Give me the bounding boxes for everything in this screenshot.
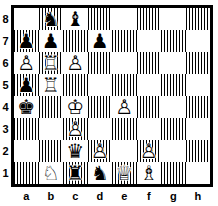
square-a7[interactable]: ♟ bbox=[14, 30, 39, 52]
rank-label-6: 6 bbox=[0, 52, 11, 74]
square-d6[interactable] bbox=[88, 52, 113, 74]
piece-white-king-icon: ♚♔ bbox=[63, 96, 88, 118]
square-h4[interactable] bbox=[186, 96, 211, 118]
piece-black-bishop-icon: ♝ bbox=[63, 8, 88, 30]
square-c6[interactable]: ♟♙ bbox=[63, 52, 88, 74]
square-g8[interactable] bbox=[161, 8, 186, 30]
chess-diagram: 87654321 ♞♝♟♟♟♟♙♜♖♟♙♟♜♖♚♚♔♟♙♟♙♛♟♙♟♙♞♘♜♞♛… bbox=[0, 0, 218, 206]
square-e7[interactable] bbox=[112, 30, 137, 52]
piece-white-pawn-icon: ♟♙ bbox=[137, 140, 162, 162]
file-label-h: h bbox=[186, 188, 211, 203]
square-a6[interactable]: ♟♙ bbox=[14, 52, 39, 74]
file-label-a: a bbox=[14, 188, 39, 203]
square-g1[interactable] bbox=[161, 162, 186, 184]
piece-white-pawn-icon: ♟♙ bbox=[112, 96, 137, 118]
piece-black-pawn-icon: ♟ bbox=[88, 30, 113, 52]
rank-label-4: 4 bbox=[0, 96, 11, 118]
square-c8[interactable]: ♝ bbox=[63, 8, 88, 30]
square-e4[interactable]: ♟♙ bbox=[112, 96, 137, 118]
square-b8[interactable]: ♞ bbox=[39, 8, 64, 30]
file-label-b: b bbox=[39, 188, 64, 203]
piece-white-pawn-icon: ♟♙ bbox=[63, 118, 88, 140]
square-d2[interactable]: ♟♙ bbox=[88, 140, 113, 162]
file-label-e: e bbox=[112, 188, 137, 203]
rank-labels: 87654321 bbox=[0, 8, 11, 184]
square-b2[interactable] bbox=[39, 140, 64, 162]
square-h6[interactable] bbox=[186, 52, 211, 74]
square-f4[interactable] bbox=[137, 96, 162, 118]
file-label-c: c bbox=[63, 188, 88, 203]
square-d8[interactable] bbox=[88, 8, 113, 30]
square-b4[interactable] bbox=[39, 96, 64, 118]
square-c1[interactable]: ♜ bbox=[63, 162, 88, 184]
square-h1[interactable] bbox=[186, 162, 211, 184]
square-f5[interactable] bbox=[137, 74, 162, 96]
piece-white-rook-icon: ♜♖ bbox=[39, 74, 64, 96]
square-e3[interactable] bbox=[112, 118, 137, 140]
square-f7[interactable] bbox=[137, 30, 162, 52]
square-h8[interactable] bbox=[186, 8, 211, 30]
piece-white-queen-icon: ♛♕ bbox=[112, 162, 137, 184]
chess-board: ♞♝♟♟♟♟♙♜♖♟♙♟♜♖♚♚♔♟♙♟♙♛♟♙♟♙♞♘♜♞♛♕♝♗ bbox=[14, 8, 210, 184]
rank-label-7: 7 bbox=[0, 30, 11, 52]
square-d7[interactable]: ♟ bbox=[88, 30, 113, 52]
square-e5[interactable] bbox=[112, 74, 137, 96]
piece-white-rook-icon: ♜♖ bbox=[39, 52, 64, 74]
square-e1[interactable]: ♛♕ bbox=[112, 162, 137, 184]
square-d5[interactable] bbox=[88, 74, 113, 96]
square-d1[interactable]: ♞ bbox=[88, 162, 113, 184]
file-label-d: d bbox=[88, 188, 113, 203]
square-d4[interactable] bbox=[88, 96, 113, 118]
square-e2[interactable] bbox=[112, 140, 137, 162]
square-a8[interactable] bbox=[14, 8, 39, 30]
piece-white-pawn-icon: ♟♙ bbox=[63, 52, 88, 74]
square-g3[interactable] bbox=[161, 118, 186, 140]
square-a5[interactable]: ♟ bbox=[14, 74, 39, 96]
square-b1[interactable]: ♞♘ bbox=[39, 162, 64, 184]
square-a1[interactable] bbox=[14, 162, 39, 184]
square-h5[interactable] bbox=[186, 74, 211, 96]
piece-black-pawn-icon: ♟ bbox=[39, 30, 64, 52]
rank-label-8: 8 bbox=[0, 8, 11, 30]
rank-label-2: 2 bbox=[0, 140, 11, 162]
square-f1[interactable]: ♝♗ bbox=[137, 162, 162, 184]
square-f3[interactable] bbox=[137, 118, 162, 140]
file-label-f: f bbox=[137, 188, 162, 203]
square-g4[interactable] bbox=[161, 96, 186, 118]
piece-black-knight-icon: ♞ bbox=[39, 8, 64, 30]
square-f2[interactable]: ♟♙ bbox=[137, 140, 162, 162]
square-e6[interactable] bbox=[112, 52, 137, 74]
square-a3[interactable] bbox=[14, 118, 39, 140]
board-frame: ♞♝♟♟♟♟♙♜♖♟♙♟♜♖♚♚♔♟♙♟♙♛♟♙♟♙♞♘♜♞♛♕♝♗ bbox=[11, 5, 213, 187]
piece-black-knight-icon: ♞ bbox=[88, 162, 113, 184]
square-c5[interactable] bbox=[63, 74, 88, 96]
square-h7[interactable] bbox=[186, 30, 211, 52]
piece-black-king-icon: ♚ bbox=[14, 96, 39, 118]
square-f6[interactable] bbox=[137, 52, 162, 74]
square-g5[interactable] bbox=[161, 74, 186, 96]
square-c3[interactable]: ♟♙ bbox=[63, 118, 88, 140]
square-c7[interactable] bbox=[63, 30, 88, 52]
piece-white-pawn-icon: ♟♙ bbox=[88, 140, 113, 162]
square-b6[interactable]: ♜♖ bbox=[39, 52, 64, 74]
square-h3[interactable] bbox=[186, 118, 211, 140]
square-f8[interactable] bbox=[137, 8, 162, 30]
square-c4[interactable]: ♚♔ bbox=[63, 96, 88, 118]
piece-white-bishop-icon: ♝♗ bbox=[137, 162, 162, 184]
piece-black-pawn-icon: ♟ bbox=[14, 74, 39, 96]
square-a4[interactable]: ♚ bbox=[14, 96, 39, 118]
square-h2[interactable] bbox=[186, 140, 211, 162]
square-c2[interactable]: ♛ bbox=[63, 140, 88, 162]
piece-black-queen-icon: ♛ bbox=[63, 140, 88, 162]
square-d3[interactable] bbox=[88, 118, 113, 140]
file-label-g: g bbox=[161, 188, 186, 203]
square-a2[interactable] bbox=[14, 140, 39, 162]
piece-black-pawn-icon: ♟ bbox=[14, 30, 39, 52]
square-b7[interactable]: ♟ bbox=[39, 30, 64, 52]
square-b5[interactable]: ♜♖ bbox=[39, 74, 64, 96]
piece-white-knight-icon: ♞♘ bbox=[39, 162, 64, 184]
square-g7[interactable] bbox=[161, 30, 186, 52]
rank-label-5: 5 bbox=[0, 74, 11, 96]
rank-label-3: 3 bbox=[0, 118, 11, 140]
square-b3[interactable] bbox=[39, 118, 64, 140]
square-e8[interactable] bbox=[112, 8, 137, 30]
rank-label-1: 1 bbox=[0, 162, 11, 184]
square-g6[interactable] bbox=[161, 52, 186, 74]
piece-black-rook-icon: ♜ bbox=[63, 162, 88, 184]
file-labels: abcdefgh bbox=[14, 188, 210, 203]
square-g2[interactable] bbox=[161, 140, 186, 162]
piece-white-pawn-icon: ♟♙ bbox=[14, 52, 39, 74]
